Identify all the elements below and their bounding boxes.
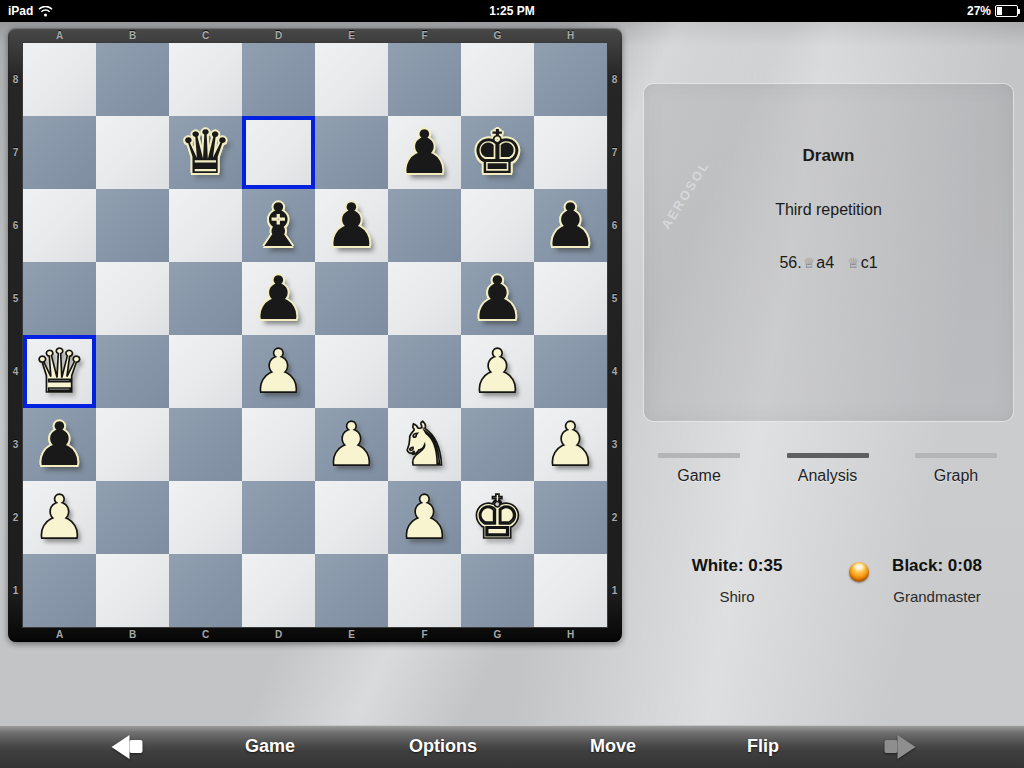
square-a1[interactable] bbox=[23, 554, 96, 627]
coord-label: H bbox=[534, 627, 607, 642]
square-a5[interactable] bbox=[23, 262, 96, 335]
coord-label: D bbox=[242, 627, 315, 642]
square-h4[interactable] bbox=[534, 335, 607, 408]
clock-time: 1:25 PM bbox=[0, 4, 1024, 18]
coord-label: D bbox=[242, 28, 315, 43]
square-e2[interactable] bbox=[315, 481, 388, 554]
coord-label: F bbox=[388, 627, 461, 642]
square-f5[interactable] bbox=[388, 262, 461, 335]
white-player-name: Shiro bbox=[637, 588, 837, 605]
white-king[interactable]: ♚ bbox=[471, 481, 525, 554]
square-b6[interactable] bbox=[96, 189, 169, 262]
coord-label: B bbox=[96, 627, 169, 642]
square-a3[interactable]: ♟ bbox=[23, 408, 96, 481]
coord-label: B bbox=[96, 28, 169, 43]
black-pawn[interactable]: ♟ bbox=[471, 262, 525, 335]
coord-label: 2 bbox=[607, 481, 622, 554]
rank-labels-right: 87654321 bbox=[607, 43, 622, 627]
move-button[interactable]: Move bbox=[590, 725, 636, 768]
coord-label: 5 bbox=[8, 262, 23, 335]
game-button[interactable]: Game bbox=[245, 725, 295, 768]
app-screen: iPad 1:25 PM 27% ABCDEFGH ABCDEFGH 87654… bbox=[0, 0, 1024, 768]
square-h1[interactable] bbox=[534, 554, 607, 627]
status-bar: iPad 1:25 PM 27% bbox=[0, 0, 1024, 22]
coord-label: 3 bbox=[607, 408, 622, 481]
square-e3[interactable]: ♟ bbox=[315, 408, 388, 481]
square-g5[interactable]: ♟ bbox=[461, 262, 534, 335]
square-b5[interactable] bbox=[96, 262, 169, 335]
white-pawn[interactable]: ♟ bbox=[471, 335, 525, 408]
white-time: White: 0:35 bbox=[637, 556, 837, 576]
coord-label: C bbox=[169, 28, 242, 43]
back-button[interactable] bbox=[112, 725, 143, 768]
square-h6[interactable]: ♟ bbox=[534, 189, 607, 262]
bottom-toolbar: Game Options Move Flip bbox=[0, 725, 1024, 768]
square-d6[interactable]: ♝ bbox=[242, 189, 315, 262]
square-b4[interactable] bbox=[96, 335, 169, 408]
square-f2[interactable]: ♟ bbox=[388, 481, 461, 554]
black-pawn[interactable]: ♟ bbox=[398, 116, 452, 189]
coord-label: 2 bbox=[8, 481, 23, 554]
background-watermark: AEROSOL bbox=[658, 158, 712, 232]
square-h7[interactable] bbox=[534, 116, 607, 189]
square-h3[interactable]: ♟ bbox=[534, 408, 607, 481]
coord-label: A bbox=[23, 28, 96, 43]
coord-label: 7 bbox=[607, 116, 622, 189]
white-pawn[interactable]: ♟ bbox=[398, 481, 452, 554]
square-h5[interactable] bbox=[534, 262, 607, 335]
square-c2[interactable] bbox=[169, 481, 242, 554]
coord-label: 1 bbox=[607, 554, 622, 627]
square-c1[interactable] bbox=[169, 554, 242, 627]
tab-graph[interactable]: Graph bbox=[900, 453, 1012, 485]
coord-label: 1 bbox=[8, 554, 23, 627]
square-c4[interactable] bbox=[169, 335, 242, 408]
square-e7[interactable] bbox=[315, 116, 388, 189]
white-knight[interactable]: ♞ bbox=[398, 408, 452, 481]
square-g1[interactable] bbox=[461, 554, 534, 627]
square-c7[interactable]: ♛ bbox=[169, 116, 242, 189]
square-d7[interactable] bbox=[242, 116, 315, 189]
coord-label: E bbox=[315, 28, 388, 43]
square-d4[interactable]: ♟ bbox=[242, 335, 315, 408]
square-a8[interactable] bbox=[23, 43, 96, 116]
square-f4[interactable] bbox=[388, 335, 461, 408]
square-b3[interactable] bbox=[96, 408, 169, 481]
coord-label: 6 bbox=[8, 189, 23, 262]
board-squares: ♛♟♚♝♟♟♟♟♛♟♟♟♟♞♟♟♟♚ bbox=[23, 43, 607, 627]
right-arrow-icon bbox=[885, 735, 916, 759]
analysis-panel: Drawn Third repetition 56.♕a4♕c1 AEROSOL bbox=[643, 83, 1014, 422]
coord-label: G bbox=[461, 627, 534, 642]
coord-label: F bbox=[388, 28, 461, 43]
square-e5[interactable] bbox=[315, 262, 388, 335]
square-e6[interactable]: ♟ bbox=[315, 189, 388, 262]
square-f6[interactable] bbox=[388, 189, 461, 262]
result-reason-text: Third repetition bbox=[644, 201, 1013, 219]
panel-tabs: Game Analysis Graph bbox=[643, 453, 1012, 485]
square-e4[interactable] bbox=[315, 335, 388, 408]
square-g6[interactable] bbox=[461, 189, 534, 262]
square-h8[interactable] bbox=[534, 43, 607, 116]
square-a4[interactable]: ♛ bbox=[23, 335, 96, 408]
square-g7[interactable]: ♚ bbox=[461, 116, 534, 189]
square-d1[interactable] bbox=[242, 554, 315, 627]
square-c6[interactable] bbox=[169, 189, 242, 262]
coord-label: 3 bbox=[8, 408, 23, 481]
coord-label: 5 bbox=[607, 262, 622, 335]
coord-label: C bbox=[169, 627, 242, 642]
flip-button[interactable]: Flip bbox=[747, 725, 779, 768]
forward-button[interactable] bbox=[885, 725, 916, 768]
coord-label: 8 bbox=[607, 43, 622, 116]
coord-label: 4 bbox=[8, 335, 23, 408]
file-labels-top: ABCDEFGH bbox=[23, 28, 607, 43]
square-b8[interactable] bbox=[96, 43, 169, 116]
white-pawn[interactable]: ♟ bbox=[325, 408, 379, 481]
black-pawn[interactable]: ♟ bbox=[544, 189, 598, 262]
square-d3[interactable] bbox=[242, 408, 315, 481]
rank-labels-left: 87654321 bbox=[8, 43, 23, 627]
square-f8[interactable] bbox=[388, 43, 461, 116]
chess-board: ABCDEFGH ABCDEFGH 87654321 87654321 ♛♟♚♝… bbox=[8, 28, 622, 642]
square-g4[interactable]: ♟ bbox=[461, 335, 534, 408]
black-queen[interactable]: ♛ bbox=[179, 116, 233, 189]
black-pawn[interactable]: ♟ bbox=[325, 189, 379, 262]
square-b7[interactable] bbox=[96, 116, 169, 189]
square-f3[interactable]: ♞ bbox=[388, 408, 461, 481]
white-queen-glyph: ♕ bbox=[802, 255, 817, 271]
square-c8[interactable] bbox=[169, 43, 242, 116]
square-f7[interactable]: ♟ bbox=[388, 116, 461, 189]
white-queen[interactable]: ♛ bbox=[33, 335, 87, 408]
battery-percent: 27% bbox=[967, 4, 991, 18]
square-d5[interactable]: ♟ bbox=[242, 262, 315, 335]
square-d8[interactable] bbox=[242, 43, 315, 116]
options-button[interactable]: Options bbox=[409, 725, 477, 768]
black-pawn[interactable]: ♟ bbox=[33, 408, 87, 481]
square-h2[interactable] bbox=[534, 481, 607, 554]
square-g2[interactable]: ♚ bbox=[461, 481, 534, 554]
white-pawn[interactable]: ♟ bbox=[252, 335, 306, 408]
white-clock: White: 0:35 Shiro bbox=[637, 556, 837, 605]
square-e1[interactable] bbox=[315, 554, 388, 627]
square-a7[interactable] bbox=[23, 116, 96, 189]
coord-label: E bbox=[315, 627, 388, 642]
black-queen-glyph: ♕ bbox=[846, 255, 861, 271]
coord-label: 6 bbox=[607, 189, 622, 262]
square-d2[interactable] bbox=[242, 481, 315, 554]
square-f1[interactable] bbox=[388, 554, 461, 627]
coord-label: 7 bbox=[8, 116, 23, 189]
square-b1[interactable] bbox=[96, 554, 169, 627]
black-time: Black: 0:08 bbox=[837, 556, 1024, 576]
file-labels-bottom: ABCDEFGH bbox=[23, 627, 607, 642]
battery-icon bbox=[995, 5, 1018, 17]
tab-game[interactable]: Game bbox=[643, 453, 755, 485]
square-g8[interactable] bbox=[461, 43, 534, 116]
white-pawn[interactable]: ♟ bbox=[33, 481, 87, 554]
square-e8[interactable] bbox=[315, 43, 388, 116]
black-pawn[interactable]: ♟ bbox=[252, 262, 306, 335]
black-bishop[interactable]: ♝ bbox=[252, 189, 306, 262]
square-a2[interactable]: ♟ bbox=[23, 481, 96, 554]
coord-label: G bbox=[461, 28, 534, 43]
square-c5[interactable] bbox=[169, 262, 242, 335]
black-clock: Black: 0:08 Grandmaster bbox=[837, 556, 1024, 605]
square-c3[interactable] bbox=[169, 408, 242, 481]
coord-label: H bbox=[534, 28, 607, 43]
black-player-name: Grandmaster bbox=[837, 588, 1024, 605]
tab-analysis[interactable]: Analysis bbox=[772, 453, 884, 485]
left-arrow-icon bbox=[112, 735, 143, 759]
square-g3[interactable] bbox=[461, 408, 534, 481]
last-move-text: 56.♕a4♕c1 bbox=[644, 254, 1013, 272]
black-king[interactable]: ♚ bbox=[471, 116, 525, 189]
square-a6[interactable] bbox=[23, 189, 96, 262]
coord-label: 4 bbox=[607, 335, 622, 408]
square-b2[interactable] bbox=[96, 481, 169, 554]
white-pawn[interactable]: ♟ bbox=[544, 408, 598, 481]
coord-label: A bbox=[23, 627, 96, 642]
coord-label: 8 bbox=[8, 43, 23, 116]
